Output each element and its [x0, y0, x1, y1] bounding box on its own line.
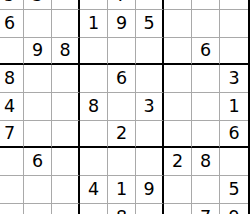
sudoku-cell-r6c6 — [136, 121, 164, 149]
sudoku-cell-r6c5: 2 — [108, 121, 136, 149]
sudoku-cell-r8c9: 5 — [220, 176, 248, 204]
sudoku-cell-r9c3 — [52, 204, 80, 214]
sudoku-cell-r7c4 — [80, 148, 108, 176]
sudoku-cell-r2c4: 1 — [80, 10, 108, 38]
sudoku-cell-r8c7 — [164, 176, 192, 204]
sudoku-cell-r6c3 — [52, 121, 80, 149]
sudoku-cell-r5c4: 8 — [80, 93, 108, 121]
sudoku-cell-r8c8 — [192, 176, 220, 204]
sudoku-cell-r2c5: 9 — [108, 10, 136, 38]
sudoku-cell-r8c1 — [0, 176, 24, 204]
sudoku-cell-r5c2 — [24, 93, 52, 121]
sudoku-cell-r5c9: 1 — [220, 93, 248, 121]
sudoku-cell-r2c2 — [24, 10, 52, 38]
sudoku-cell-r7c8: 8 — [192, 148, 220, 176]
sudoku-cell-r9c6 — [136, 204, 164, 214]
sudoku-cell-r3c4 — [80, 38, 108, 66]
sudoku-cell-r7c1 — [0, 148, 24, 176]
sudoku-cell-r5c8 — [192, 93, 220, 121]
sudoku-cell-r4c3 — [52, 65, 80, 93]
sudoku-cell-r1c9 — [220, 0, 248, 10]
sudoku-cell-r7c6 — [136, 148, 164, 176]
sudoku-cell-r3c8: 6 — [192, 38, 220, 66]
sudoku-cell-r2c3 — [52, 10, 80, 38]
sudoku-cell-r1c6 — [136, 0, 164, 10]
sudoku-cell-r4c5: 6 — [108, 65, 136, 93]
sudoku-cell-r4c7 — [164, 65, 192, 93]
sudoku-cell-r3c2: 9 — [24, 38, 52, 66]
sudoku-cell-r7c3 — [52, 148, 80, 176]
sudoku-grid: 537619598686348317266284195879 — [0, 0, 250, 214]
sudoku-cell-r1c1: 5 — [0, 0, 24, 10]
sudoku-cell-r6c2 — [24, 121, 52, 149]
sudoku-cell-r2c8 — [192, 10, 220, 38]
sudoku-cell-r3c6 — [136, 38, 164, 66]
sudoku-cell-r5c7 — [164, 93, 192, 121]
sudoku-cell-r8c5: 1 — [108, 176, 136, 204]
sudoku-cell-r4c9: 3 — [220, 65, 248, 93]
sudoku-cell-r7c2: 6 — [24, 148, 52, 176]
sudoku-cell-r6c8 — [192, 121, 220, 149]
sudoku-cell-r9c9: 9 — [220, 204, 248, 214]
sudoku-cell-r9c4 — [80, 204, 108, 214]
sudoku-cell-r6c7 — [164, 121, 192, 149]
sudoku-cell-r7c5 — [108, 148, 136, 176]
sudoku-cell-r4c6 — [136, 65, 164, 93]
sudoku-cell-r3c1 — [0, 38, 24, 66]
sudoku-cell-r3c3: 8 — [52, 38, 80, 66]
sudoku-cell-r4c4 — [80, 65, 108, 93]
sudoku-cell-r1c2: 3 — [24, 0, 52, 10]
sudoku-cell-r9c1 — [0, 204, 24, 214]
sudoku-cell-r4c2 — [24, 65, 52, 93]
sudoku-cell-r8c6: 9 — [136, 176, 164, 204]
sudoku-cell-r2c6: 5 — [136, 10, 164, 38]
sudoku-cell-r6c1: 7 — [0, 121, 24, 149]
sudoku-cell-r1c7 — [164, 0, 192, 10]
sudoku-cell-r3c7 — [164, 38, 192, 66]
sudoku-cell-r2c1: 6 — [0, 10, 24, 38]
sudoku-cell-r5c1: 4 — [0, 93, 24, 121]
sudoku-cell-r2c7 — [164, 10, 192, 38]
sudoku-cell-r5c3 — [52, 93, 80, 121]
sudoku-cell-r9c8: 7 — [192, 204, 220, 214]
sudoku-cell-r5c6: 3 — [136, 93, 164, 121]
sudoku-cell-r8c2 — [24, 176, 52, 204]
sudoku-cell-r1c8 — [192, 0, 220, 10]
sudoku-cell-r7c7: 2 — [164, 148, 192, 176]
sudoku-cell-r2c9 — [220, 10, 248, 38]
sudoku-cell-r4c8 — [192, 65, 220, 93]
sudoku-cell-r4c1: 8 — [0, 65, 24, 93]
sudoku-cell-r6c9: 6 — [220, 121, 248, 149]
sudoku-cell-r8c4: 4 — [80, 176, 108, 204]
sudoku-cell-r1c4 — [80, 0, 108, 10]
sudoku-cell-r9c2 — [24, 204, 52, 214]
sudoku-cell-r6c4 — [80, 121, 108, 149]
sudoku-cell-r1c5: 7 — [108, 0, 136, 10]
sudoku-cell-r1c3 — [52, 0, 80, 10]
sudoku-cell-r9c5: 8 — [108, 204, 136, 214]
sudoku-cell-r9c7 — [164, 204, 192, 214]
sudoku-cell-r5c5 — [108, 93, 136, 121]
sudoku-cell-r7c9 — [220, 148, 248, 176]
sudoku-board: 537619598686348317266284195879 — [0, 0, 250, 214]
sudoku-cell-r3c9 — [220, 38, 248, 66]
sudoku-cell-r3c5 — [108, 38, 136, 66]
sudoku-cell-r8c3 — [52, 176, 80, 204]
